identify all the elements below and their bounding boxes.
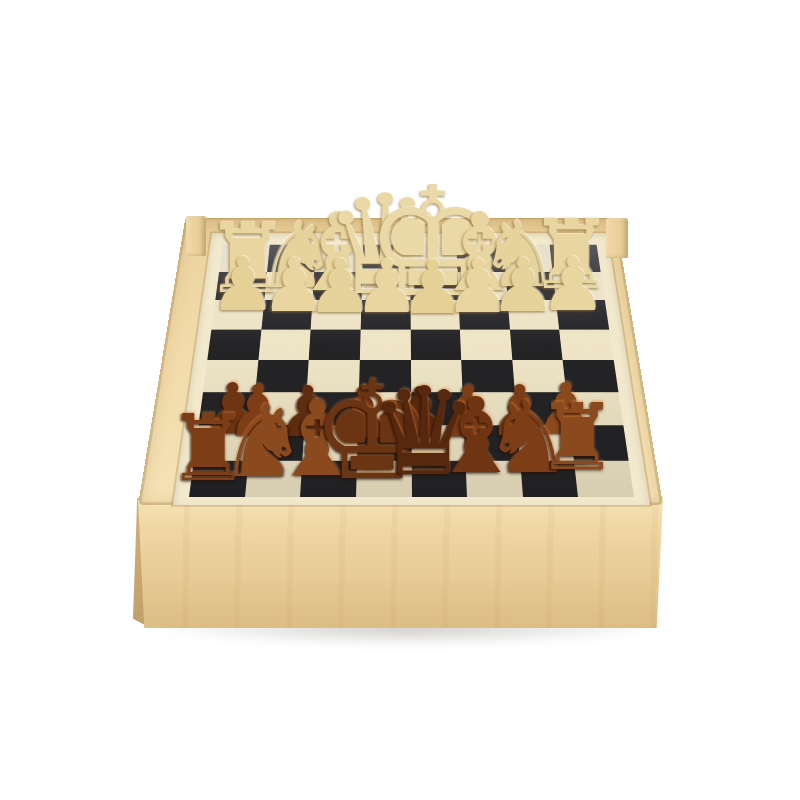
- light-pawn-8: ♟: [540, 247, 606, 321]
- product-photo: ♜♞♝♛♚♝♞♜♟♟♟♟♟♟♟♟♟♟♟♟♟♟♟♟♜♞♝♚♛♝♞♜: [0, 0, 800, 800]
- dark-rook-right: ♜: [536, 392, 618, 484]
- pieces-layer: ♜♞♝♛♚♝♞♜♟♟♟♟♟♟♟♟♟♟♟♟♟♟♟♟♜♞♝♚♛♝♞♜: [0, 0, 800, 800]
